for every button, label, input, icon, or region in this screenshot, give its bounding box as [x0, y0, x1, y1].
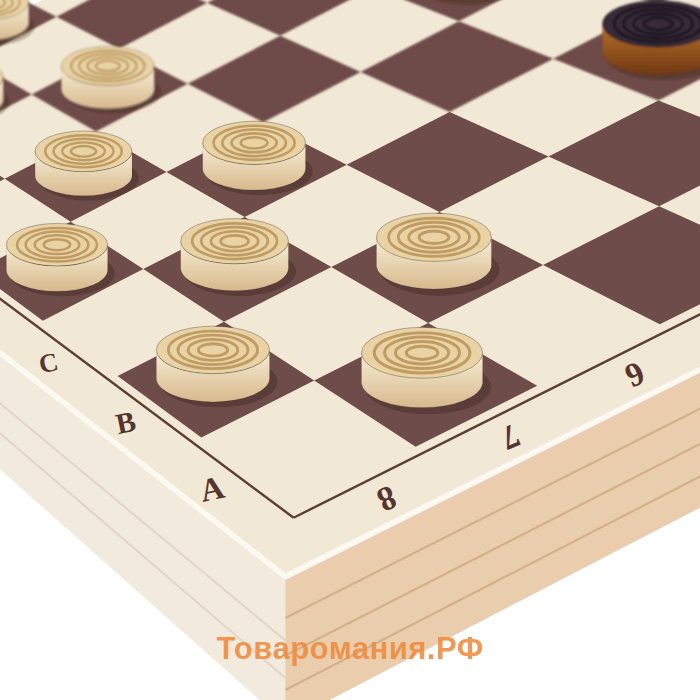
piece-top: [156, 326, 269, 373]
piece-top: [362, 327, 483, 378]
piece-top: [181, 219, 289, 264]
checker-piece-light: [376, 213, 499, 296]
checker-piece-light: [181, 219, 296, 296]
watermark: Товаромания.РФ: [216, 631, 483, 667]
checker-piece-dark: [603, 0, 700, 80]
checkers-board-photo: ABCDEFGH87654321: [0, 0, 700, 700]
checker-piece-light: [203, 121, 313, 195]
checker-piece-light: [362, 327, 492, 414]
piece-top: [376, 213, 491, 261]
product-photo-stage: ABCDEFGH87654321 Товаромания.РФ: [0, 0, 700, 700]
checker-piece-light: [61, 46, 160, 113]
piece-top: [61, 46, 154, 85]
checker-piece-light: [156, 326, 277, 407]
checker-piece-light: [6, 223, 114, 296]
checker-piece-light: [35, 131, 139, 201]
piece-top: [35, 131, 132, 172]
piece-top: [6, 223, 107, 266]
piece-top: [203, 121, 306, 164]
